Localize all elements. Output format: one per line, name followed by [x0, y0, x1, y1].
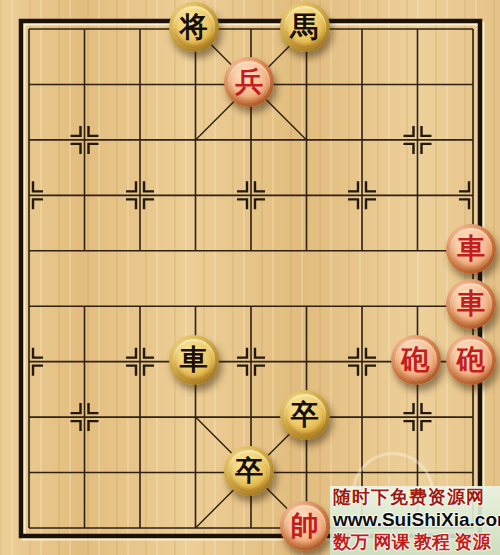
black-chariot[interactable]: 車	[169, 335, 219, 385]
red-cannon-face: 砲	[395, 339, 437, 381]
red-chariot-face: 車	[450, 228, 492, 270]
red-chariot[interactable]: 車	[446, 224, 496, 274]
red-chariot-glyph: 車	[457, 235, 485, 263]
red-cannon-face: 砲	[450, 339, 492, 381]
black-chariot-glyph: 車	[180, 346, 208, 374]
black-horse[interactable]: 馬	[280, 2, 330, 52]
red-chariot[interactable]: 車	[446, 279, 496, 329]
red-cannon-glyph: 砲	[402, 346, 430, 374]
black-soldier[interactable]: 卒	[224, 446, 274, 496]
black-general[interactable]: 将	[169, 2, 219, 52]
black-chariot-face: 車	[173, 339, 215, 381]
black-soldier-glyph: 卒	[235, 457, 263, 485]
watermark: 随时下免费资源网 www.SuiShiXia.com 数万 网课 教程 资源	[330, 486, 500, 555]
red-soldier-glyph: 兵	[235, 68, 263, 96]
red-soldier[interactable]: 兵	[224, 57, 274, 107]
black-soldier-face: 卒	[284, 394, 326, 436]
black-horse-face: 馬	[284, 6, 326, 48]
red-chariot-face: 車	[450, 283, 492, 325]
black-soldier[interactable]: 卒	[280, 390, 330, 440]
red-soldier-face: 兵	[228, 61, 270, 103]
red-general-face: 帥	[284, 505, 326, 547]
black-soldier-face: 卒	[228, 450, 270, 492]
black-soldier-glyph: 卒	[291, 401, 319, 429]
xiangqi-board: 将馬兵車車車砲砲卒卒帥 随时下免费资源网 www.SuiShiXia.com 数…	[0, 0, 500, 555]
red-chariot-glyph: 車	[457, 290, 485, 318]
red-cannon-glyph: 砲	[457, 346, 485, 374]
watermark-url: www.SuiShiXia.com	[333, 509, 498, 531]
watermark-tagline: 数万 网课 教程 资源	[333, 532, 498, 553]
watermark-site-name: 随时下免费资源网	[333, 487, 498, 508]
red-cannon[interactable]: 砲	[391, 335, 441, 385]
red-cannon[interactable]: 砲	[446, 335, 496, 385]
red-general-glyph: 帥	[291, 512, 319, 540]
black-general-glyph: 将	[180, 13, 208, 41]
black-horse-glyph: 馬	[291, 13, 319, 41]
black-general-face: 将	[173, 6, 215, 48]
red-general[interactable]: 帥	[280, 501, 330, 551]
